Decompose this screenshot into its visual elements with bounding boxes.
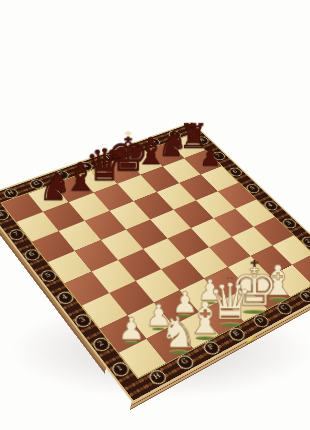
coordinate-medallion: B	[297, 289, 310, 304]
scene-wrapper: HGFEDCBA8♞♝♛♚♝♞♜87♟7665544332♟♟♟♟21♞♝♛♚♝…	[0, 0, 310, 430]
light-pawn-h2[interactable]: ♟	[118, 313, 146, 344]
coordinate-medallion: 4	[262, 200, 280, 212]
perspective-wrapper: HGFEDCBA8♞♝♛♚♝♞♜87♟7665544332♟♟♟♟21♞♝♛♚♝…	[0, 0, 310, 430]
light-knight-g1[interactable]: ♞	[159, 311, 198, 354]
chess-board[interactable]: HGFEDCBA8♞♝♛♚♝♞♜87♟7665544332♟♟♟♟21♞♝♛♚♝…	[0, 122, 310, 404]
dark-pawn-a7[interactable]: ♟	[199, 145, 221, 169]
dark-knight-g8[interactable]: ♞	[38, 168, 72, 206]
coordinate-medallion: 5	[244, 183, 262, 195]
coordinate-medallion: H	[147, 368, 170, 387]
product-photo: HGFEDCBA8♞♝♛♚♝♞♜87♟7665544332♟♟♟♟21♞♝♛♚♝…	[0, 0, 310, 430]
coordinate-medallion: 8	[0, 208, 11, 222]
coordinate-medallion: 1	[109, 360, 132, 379]
